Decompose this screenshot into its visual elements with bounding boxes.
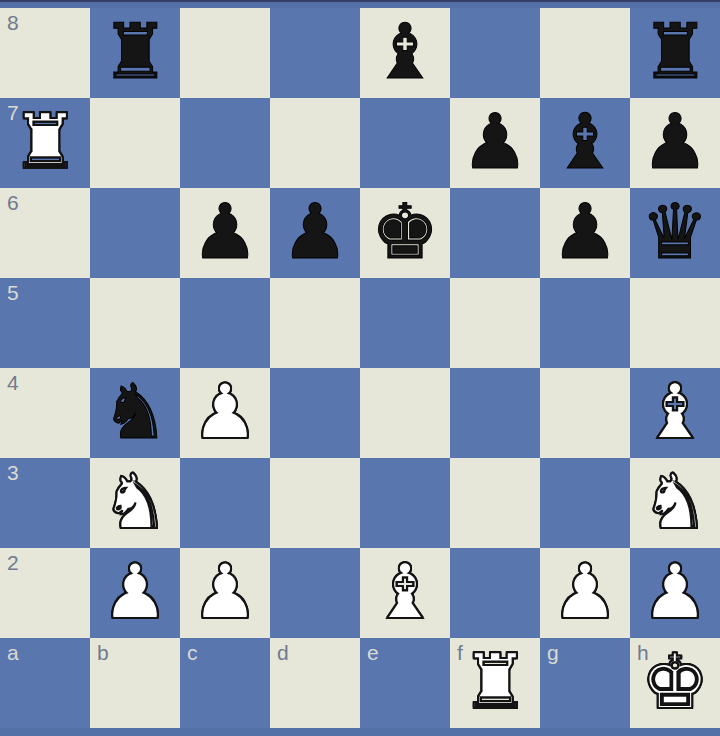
coordinate-label-b1: b [97, 641, 109, 664]
square-e7[interactable] [360, 98, 450, 188]
square-a6[interactable]: 6 [0, 188, 90, 278]
square-b7[interactable] [90, 98, 180, 188]
black-queen-h6[interactable]: ♛ [630, 188, 720, 278]
black-rook-b8[interactable]: ♜ [90, 8, 180, 98]
square-h6[interactable]: ♛ [630, 188, 720, 278]
square-g8[interactable] [540, 8, 630, 98]
square-d3[interactable] [270, 458, 360, 548]
square-e6[interactable]: ♚ [360, 188, 450, 278]
square-d5[interactable] [270, 278, 360, 368]
black-pawn-h7[interactable]: ♟ [630, 98, 720, 188]
square-c3[interactable] [180, 458, 270, 548]
square-a3[interactable]: 3 [0, 458, 90, 548]
square-f3[interactable] [450, 458, 540, 548]
white-bishop-e2[interactable]: ♝ [360, 548, 450, 638]
square-f6[interactable] [450, 188, 540, 278]
square-g5[interactable] [540, 278, 630, 368]
square-e5[interactable] [360, 278, 450, 368]
white-pawn-c4[interactable]: ♟ [180, 368, 270, 458]
square-f2[interactable] [450, 548, 540, 638]
square-a4[interactable]: 4 [0, 368, 90, 458]
square-e1[interactable]: e [360, 638, 450, 728]
square-g2[interactable]: ♟ [540, 548, 630, 638]
square-h7[interactable]: ♟ [630, 98, 720, 188]
square-b6[interactable] [90, 188, 180, 278]
square-c6[interactable]: ♟ [180, 188, 270, 278]
white-pawn-b2[interactable]: ♟ [90, 548, 180, 638]
black-king-e6[interactable]: ♚ [360, 188, 450, 278]
coordinate-label-g1: g [547, 641, 559, 664]
square-b5[interactable] [90, 278, 180, 368]
white-bishop-h4[interactable]: ♝ [630, 368, 720, 458]
square-e2[interactable]: ♝ [360, 548, 450, 638]
coordinate-label-e1: e [367, 641, 379, 664]
square-c2[interactable]: ♟ [180, 548, 270, 638]
coordinate-label-d1: d [277, 641, 289, 664]
square-a2[interactable]: 2 [0, 548, 90, 638]
square-a8[interactable]: 8 [0, 8, 90, 98]
chess-board: 8♜♝♜7♜♟♝♟6♟♟♚♟♛54♞♟♝3♞♞2♟♟♝♟♟abcdef♜gh♚ [0, 8, 720, 728]
square-e4[interactable] [360, 368, 450, 458]
square-g3[interactable] [540, 458, 630, 548]
square-g4[interactable] [540, 368, 630, 458]
square-h2[interactable]: ♟ [630, 548, 720, 638]
black-pawn-g6[interactable]: ♟ [540, 188, 630, 278]
white-pawn-c2[interactable]: ♟ [180, 548, 270, 638]
chess-app-screen: 8♜♝♜7♜♟♝♟6♟♟♚♟♛54♞♟♝3♞♞2♟♟♝♟♟abcdef♜gh♚ [0, 0, 720, 736]
square-a7[interactable]: 7♜ [0, 98, 90, 188]
coordinate-label-c1: c [187, 641, 198, 664]
square-e8[interactable]: ♝ [360, 8, 450, 98]
black-bishop-g7[interactable]: ♝ [540, 98, 630, 188]
black-bishop-e8[interactable]: ♝ [360, 8, 450, 98]
black-pawn-f7[interactable]: ♟ [450, 98, 540, 188]
black-pawn-c6[interactable]: ♟ [180, 188, 270, 278]
black-pawn-d6[interactable]: ♟ [270, 188, 360, 278]
square-c8[interactable] [180, 8, 270, 98]
square-c7[interactable] [180, 98, 270, 188]
square-h1[interactable]: h♚ [630, 638, 720, 728]
square-d1[interactable]: d [270, 638, 360, 728]
board-frame-bottom [0, 728, 720, 736]
square-b4[interactable]: ♞ [90, 368, 180, 458]
square-f5[interactable] [450, 278, 540, 368]
square-d4[interactable] [270, 368, 360, 458]
white-king-h1[interactable]: ♚ [630, 638, 720, 728]
coordinate-label-a3: 3 [7, 461, 19, 484]
square-b2[interactable]: ♟ [90, 548, 180, 638]
square-h3[interactable]: ♞ [630, 458, 720, 548]
square-a5[interactable]: 5 [0, 278, 90, 368]
square-d2[interactable] [270, 548, 360, 638]
square-c4[interactable]: ♟ [180, 368, 270, 458]
square-a1[interactable]: a [0, 638, 90, 728]
square-g7[interactable]: ♝ [540, 98, 630, 188]
square-c5[interactable] [180, 278, 270, 368]
white-rook-f1[interactable]: ♜ [450, 638, 540, 728]
square-d7[interactable] [270, 98, 360, 188]
black-knight-b4[interactable]: ♞ [90, 368, 180, 458]
white-pawn-g2[interactable]: ♟ [540, 548, 630, 638]
square-d6[interactable]: ♟ [270, 188, 360, 278]
square-g6[interactable]: ♟ [540, 188, 630, 278]
square-f8[interactable] [450, 8, 540, 98]
square-e3[interactable] [360, 458, 450, 548]
square-h8[interactable]: ♜ [630, 8, 720, 98]
coordinate-label-a2: 2 [7, 551, 19, 574]
square-b3[interactable]: ♞ [90, 458, 180, 548]
square-h4[interactable]: ♝ [630, 368, 720, 458]
black-rook-h8[interactable]: ♜ [630, 8, 720, 98]
white-knight-b3[interactable]: ♞ [90, 458, 180, 548]
white-rook-a7[interactable]: ♜ [0, 98, 90, 188]
square-b8[interactable]: ♜ [90, 8, 180, 98]
square-d8[interactable] [270, 8, 360, 98]
square-h5[interactable] [630, 278, 720, 368]
coordinate-label-a6: 6 [7, 191, 19, 214]
square-f1[interactable]: f♜ [450, 638, 540, 728]
coordinate-label-a4: 4 [7, 371, 19, 394]
white-pawn-h2[interactable]: ♟ [630, 548, 720, 638]
coordinate-label-a8: 8 [7, 11, 19, 34]
white-knight-h3[interactable]: ♞ [630, 458, 720, 548]
square-b1[interactable]: b [90, 638, 180, 728]
square-g1[interactable]: g [540, 638, 630, 728]
square-f4[interactable] [450, 368, 540, 458]
coordinate-label-a5: 5 [7, 281, 19, 304]
square-c1[interactable]: c [180, 638, 270, 728]
square-f7[interactable]: ♟ [450, 98, 540, 188]
coordinate-label-a1: a [7, 641, 19, 664]
